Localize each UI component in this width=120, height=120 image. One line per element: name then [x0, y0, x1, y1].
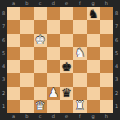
square-a6[interactable]	[7, 34, 20, 47]
square-d4[interactable]	[47, 60, 60, 73]
file-label-e: e	[60, 113, 73, 120]
square-f1[interactable]: ♜	[73, 100, 86, 113]
rank-label-7: 7	[113, 20, 120, 33]
rank-label-5: 5	[0, 47, 7, 60]
square-b8[interactable]	[20, 7, 33, 20]
rank-label-6: 6	[0, 34, 7, 47]
square-d6[interactable]	[47, 34, 60, 47]
square-b6[interactable]	[20, 34, 33, 47]
square-a5[interactable]	[7, 47, 20, 60]
square-f3[interactable]	[73, 73, 86, 86]
square-g2[interactable]	[87, 87, 100, 100]
square-a1[interactable]	[7, 100, 20, 113]
square-e3[interactable]	[60, 73, 73, 86]
rank-label-1: 1	[113, 100, 120, 113]
square-c8[interactable]	[34, 7, 47, 20]
file-label-a: a	[7, 113, 20, 120]
square-e2[interactable]: ♛	[60, 87, 73, 100]
square-f2[interactable]	[73, 87, 86, 100]
square-f5[interactable]: ♞	[73, 47, 86, 60]
rank-label-4: 4	[113, 60, 120, 73]
square-g4[interactable]	[87, 60, 100, 73]
file-label-f: f	[73, 0, 86, 7]
file-label-h: h	[100, 113, 113, 120]
square-d3[interactable]	[47, 73, 60, 86]
file-label-d: d	[47, 113, 60, 120]
square-g5[interactable]	[87, 47, 100, 60]
square-d2[interactable]: ♟	[47, 87, 60, 100]
board-grid: ♞♚♞♚♟♛♛♜	[7, 7, 113, 113]
white-king[interactable]: ♚	[35, 34, 46, 46]
square-d8[interactable]	[47, 7, 60, 20]
black-queen[interactable]: ♛	[61, 87, 72, 99]
rank-label-8: 8	[113, 7, 120, 20]
square-a8[interactable]	[7, 7, 20, 20]
rank-labels-right: 87654321	[113, 7, 120, 113]
square-c2[interactable]	[34, 87, 47, 100]
square-a2[interactable]	[7, 87, 20, 100]
file-label-f: f	[73, 113, 86, 120]
rank-label-2: 2	[113, 87, 120, 100]
file-label-b: b	[20, 0, 33, 7]
rank-label-3: 3	[0, 73, 7, 86]
square-c5[interactable]	[34, 47, 47, 60]
file-label-d: d	[47, 0, 60, 7]
square-c1[interactable]: ♛	[34, 100, 47, 113]
square-g8[interactable]: ♞	[87, 7, 100, 20]
white-rook[interactable]: ♜	[74, 100, 85, 112]
rank-label-2: 2	[0, 87, 7, 100]
rank-label-8: 8	[0, 7, 7, 20]
white-pawn[interactable]: ♟	[48, 87, 59, 99]
square-c7[interactable]	[34, 20, 47, 33]
rank-label-5: 5	[113, 47, 120, 60]
square-e8[interactable]	[60, 7, 73, 20]
square-b1[interactable]	[20, 100, 33, 113]
square-f7[interactable]	[73, 20, 86, 33]
rank-label-3: 3	[113, 73, 120, 86]
rank-labels-left: 87654321	[0, 7, 7, 113]
square-h5[interactable]	[100, 47, 113, 60]
square-c4[interactable]	[34, 60, 47, 73]
square-g1[interactable]	[87, 100, 100, 113]
square-d5[interactable]	[47, 47, 60, 60]
square-e7[interactable]	[60, 20, 73, 33]
file-labels-bottom: abcdefgh	[7, 113, 113, 120]
square-f8[interactable]	[73, 7, 86, 20]
square-f4[interactable]	[73, 60, 86, 73]
file-label-c: c	[34, 0, 47, 7]
square-b7[interactable]	[20, 20, 33, 33]
square-h6[interactable]	[100, 34, 113, 47]
chess-board: abcdefgh abcdefgh 87654321 87654321 ♞♚♞♚…	[0, 0, 120, 120]
square-a3[interactable]	[7, 73, 20, 86]
file-label-b: b	[20, 113, 33, 120]
file-label-h: h	[100, 0, 113, 7]
square-e6[interactable]	[60, 34, 73, 47]
square-c6[interactable]: ♚	[34, 34, 47, 47]
square-b4[interactable]	[20, 60, 33, 73]
square-g6[interactable]	[87, 34, 100, 47]
square-h2[interactable]	[100, 87, 113, 100]
rank-label-6: 6	[113, 34, 120, 47]
square-h1[interactable]	[100, 100, 113, 113]
square-a7[interactable]	[7, 20, 20, 33]
rank-label-7: 7	[0, 20, 7, 33]
square-c3[interactable]	[34, 73, 47, 86]
square-e5[interactable]	[60, 47, 73, 60]
square-h7[interactable]	[100, 20, 113, 33]
rank-label-1: 1	[0, 100, 7, 113]
black-king[interactable]: ♚	[61, 60, 72, 72]
square-e1[interactable]	[60, 100, 73, 113]
square-d1[interactable]	[47, 100, 60, 113]
square-e4[interactable]: ♚	[60, 60, 73, 73]
square-h3[interactable]	[100, 73, 113, 86]
square-d7[interactable]	[47, 20, 60, 33]
white-knight[interactable]: ♞	[74, 47, 85, 59]
file-label-e: e	[60, 0, 73, 7]
square-h8[interactable]	[100, 7, 113, 20]
file-label-a: a	[7, 0, 20, 7]
square-h4[interactable]	[100, 60, 113, 73]
black-knight[interactable]: ♞	[88, 7, 99, 19]
square-f6[interactable]	[73, 34, 86, 47]
square-b3[interactable]	[20, 73, 33, 86]
square-g7[interactable]	[87, 20, 100, 33]
rank-label-4: 4	[0, 60, 7, 73]
square-b2[interactable]	[20, 87, 33, 100]
square-g3[interactable]	[87, 73, 100, 86]
file-label-c: c	[34, 113, 47, 120]
square-a4[interactable]	[7, 60, 20, 73]
file-label-g: g	[87, 113, 100, 120]
white-queen[interactable]: ♛	[35, 100, 46, 112]
square-b5[interactable]	[20, 47, 33, 60]
